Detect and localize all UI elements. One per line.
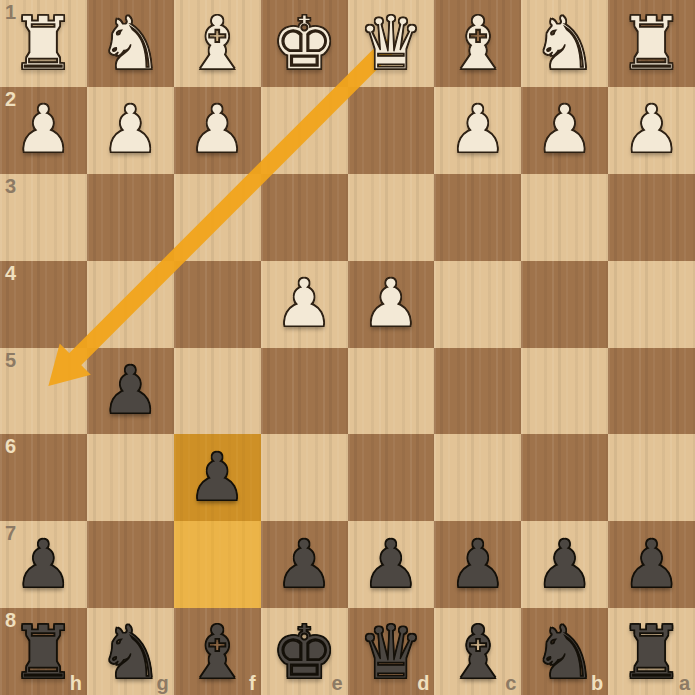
rank-label-4: 4 xyxy=(5,262,16,285)
square-c3[interactable] xyxy=(434,174,521,261)
black-bishop[interactable]: ♝ xyxy=(445,615,511,689)
square-h4[interactable]: 4 xyxy=(0,261,87,348)
white-knight[interactable]: ♞ xyxy=(97,6,163,80)
square-b3[interactable] xyxy=(521,174,608,261)
square-f8[interactable]: ♝f xyxy=(174,608,261,695)
white-bishop[interactable]: ♝ xyxy=(445,6,511,80)
square-e5[interactable] xyxy=(261,348,348,435)
white-king[interactable]: ♚ xyxy=(271,6,337,80)
white-pawn[interactable]: ♟ xyxy=(361,271,420,337)
white-pawn[interactable]: ♟ xyxy=(448,97,507,163)
square-c1[interactable]: ♝ xyxy=(434,0,521,87)
square-h7[interactable]: ♟7 xyxy=(0,521,87,608)
square-g5[interactable]: ♟ xyxy=(87,348,174,435)
black-knight[interactable]: ♞ xyxy=(97,615,163,689)
square-b4[interactable] xyxy=(521,261,608,348)
square-c4[interactable] xyxy=(434,261,521,348)
square-e4[interactable]: ♟ xyxy=(261,261,348,348)
square-g4[interactable] xyxy=(87,261,174,348)
rank-label-5: 5 xyxy=(5,349,16,372)
square-f3[interactable] xyxy=(174,174,261,261)
square-a7[interactable]: ♟ xyxy=(608,521,695,608)
square-a1[interactable]: ♜ xyxy=(608,0,695,87)
white-queen[interactable]: ♛ xyxy=(358,6,424,80)
square-h2[interactable]: ♟2 xyxy=(0,87,87,174)
square-c2[interactable]: ♟ xyxy=(434,87,521,174)
square-h6[interactable]: 6 xyxy=(0,434,87,521)
square-a4[interactable] xyxy=(608,261,695,348)
rank-label-3: 3 xyxy=(5,175,16,198)
square-c5[interactable] xyxy=(434,348,521,435)
white-knight[interactable]: ♞ xyxy=(532,6,598,80)
square-g8[interactable]: ♞g xyxy=(87,608,174,695)
square-d4[interactable]: ♟ xyxy=(348,261,435,348)
square-b5[interactable] xyxy=(521,348,608,435)
square-e6[interactable] xyxy=(261,434,348,521)
white-pawn[interactable]: ♟ xyxy=(622,97,681,163)
black-pawn[interactable]: ♟ xyxy=(622,532,681,598)
square-f4[interactable] xyxy=(174,261,261,348)
square-f1[interactable]: ♝ xyxy=(174,0,261,87)
square-f5[interactable] xyxy=(174,348,261,435)
square-b8[interactable]: ♞b xyxy=(521,608,608,695)
square-d2[interactable] xyxy=(348,87,435,174)
square-b2[interactable]: ♟ xyxy=(521,87,608,174)
white-pawn[interactable]: ♟ xyxy=(274,271,333,337)
square-e8[interactable]: ♚e xyxy=(261,608,348,695)
black-rook[interactable]: ♜ xyxy=(10,615,76,689)
square-d3[interactable] xyxy=(348,174,435,261)
black-pawn[interactable]: ♟ xyxy=(188,445,247,511)
square-c7[interactable]: ♟ xyxy=(434,521,521,608)
black-queen[interactable]: ♛ xyxy=(358,615,424,689)
square-c8[interactable]: ♝c xyxy=(434,608,521,695)
black-pawn[interactable]: ♟ xyxy=(448,532,507,598)
white-pawn[interactable]: ♟ xyxy=(14,97,73,163)
black-pawn[interactable]: ♟ xyxy=(361,532,420,598)
square-b1[interactable]: ♞ xyxy=(521,0,608,87)
white-bishop[interactable]: ♝ xyxy=(184,6,250,80)
square-b7[interactable]: ♟ xyxy=(521,521,608,608)
square-d1[interactable]: ♛ xyxy=(348,0,435,87)
black-pawn[interactable]: ♟ xyxy=(274,532,333,598)
square-e3[interactable] xyxy=(261,174,348,261)
square-h1[interactable]: ♜1 xyxy=(0,0,87,87)
square-c6[interactable] xyxy=(434,434,521,521)
square-g7[interactable] xyxy=(87,521,174,608)
black-pawn[interactable]: ♟ xyxy=(14,532,73,598)
white-pawn[interactable]: ♟ xyxy=(535,97,594,163)
square-f6[interactable]: ♟ xyxy=(174,434,261,521)
black-pawn[interactable]: ♟ xyxy=(535,532,594,598)
square-e7[interactable]: ♟ xyxy=(261,521,348,608)
black-rook[interactable]: ♜ xyxy=(618,615,684,689)
black-knight[interactable]: ♞ xyxy=(532,615,598,689)
square-d6[interactable] xyxy=(348,434,435,521)
square-a3[interactable] xyxy=(608,174,695,261)
square-h8[interactable]: ♜8h xyxy=(0,608,87,695)
square-e2[interactable] xyxy=(261,87,348,174)
square-d7[interactable]: ♟ xyxy=(348,521,435,608)
square-a8[interactable]: ♜a xyxy=(608,608,695,695)
square-b6[interactable] xyxy=(521,434,608,521)
square-f7[interactable] xyxy=(174,521,261,608)
square-a6[interactable] xyxy=(608,434,695,521)
square-d8[interactable]: ♛d xyxy=(348,608,435,695)
black-pawn[interactable]: ♟ xyxy=(101,358,160,424)
white-rook[interactable]: ♜ xyxy=(10,6,76,80)
white-rook[interactable]: ♜ xyxy=(618,6,684,80)
square-d5[interactable] xyxy=(348,348,435,435)
square-a2[interactable]: ♟ xyxy=(608,87,695,174)
square-a5[interactable] xyxy=(608,348,695,435)
square-e1[interactable]: ♚ xyxy=(261,0,348,87)
rank-label-6: 6 xyxy=(5,435,16,458)
square-g2[interactable]: ♟ xyxy=(87,87,174,174)
white-pawn[interactable]: ♟ xyxy=(101,97,160,163)
square-f2[interactable]: ♟ xyxy=(174,87,261,174)
chess-board: ♜1♞♝♚♛♝♞♜♟2♟♟♟♟♟34♟♟5♟6♟♟7♟♟♟♟♟♜8h♞g♝f♚e… xyxy=(0,0,695,695)
square-g1[interactable]: ♞ xyxy=(87,0,174,87)
square-g3[interactable] xyxy=(87,174,174,261)
square-h3[interactable]: 3 xyxy=(0,174,87,261)
square-h5[interactable]: 5 xyxy=(0,348,87,435)
black-king[interactable]: ♚ xyxy=(271,615,337,689)
black-bishop[interactable]: ♝ xyxy=(184,615,250,689)
square-g6[interactable] xyxy=(87,434,174,521)
white-pawn[interactable]: ♟ xyxy=(188,97,247,163)
